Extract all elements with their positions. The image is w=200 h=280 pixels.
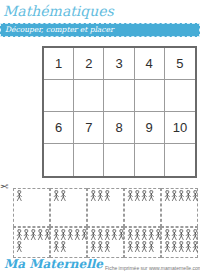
stick-figure-icon (104, 229, 111, 240)
stick-figure-icon (53, 241, 60, 252)
empty-cell (44, 80, 74, 112)
cutout-card-8 (87, 227, 124, 258)
stick-figure-icon (74, 229, 81, 240)
stick-figure-icon (171, 229, 178, 240)
stick-figure-icon (185, 229, 192, 240)
number-cell-4: 4 (135, 48, 165, 80)
cutout-card-7 (50, 227, 87, 258)
cutout-card-2 (50, 188, 87, 227)
cutout-card-6 (13, 227, 50, 258)
cutout-card-9 (124, 227, 161, 258)
stick-figure-icon (90, 190, 97, 201)
stick-figure-icon (134, 241, 141, 252)
number-cell-6: 6 (44, 112, 74, 144)
brand-logo: Ma Maternelle (4, 257, 103, 271)
stick-figure-icon (192, 229, 199, 240)
stick-figure-icon (178, 190, 185, 201)
stick-figure-icon (16, 241, 23, 252)
number-cell-9: 9 (135, 112, 165, 144)
stick-figure-icon (23, 229, 30, 240)
empty-cell (44, 144, 74, 176)
stick-figure-icon (127, 229, 134, 240)
stick-figure-icon (171, 241, 178, 252)
stick-figure-icon (97, 241, 104, 252)
cutout-cards (13, 188, 198, 258)
stick-figure-icon (164, 229, 171, 240)
subtitle-text: Découper, compter et placer (1, 24, 199, 36)
stick-figure-icon (53, 229, 60, 240)
stick-figure-icon (16, 190, 23, 201)
empty-cell (165, 144, 195, 176)
empty-cell (104, 80, 134, 112)
number-cell-1: 1 (44, 48, 74, 80)
stick-figure-icon (60, 190, 67, 201)
stick-figure-icon (97, 229, 104, 240)
cutout-card-1 (13, 188, 50, 227)
stick-figure-icon (178, 229, 185, 240)
stick-figure-icon (178, 241, 185, 252)
stick-figure-icon (192, 190, 199, 201)
number-grid: 12345678910 (42, 46, 197, 178)
stick-figure-icon (192, 241, 199, 252)
stick-figure-icon (90, 229, 97, 240)
number-cell-3: 3 (104, 48, 134, 80)
empty-cell (165, 80, 195, 112)
page-title: Mathématiques (3, 0, 114, 22)
stick-figure-icon (141, 190, 148, 201)
stick-figure-icon (104, 190, 111, 201)
number-cell-7: 7 (74, 112, 104, 144)
stick-figure-icon (127, 241, 134, 252)
cutout-card-5 (161, 188, 198, 227)
stick-figure-icon (60, 241, 67, 252)
stick-figure-icon (171, 190, 178, 201)
stick-figure-icon (127, 190, 134, 201)
stick-figure-icon (67, 229, 74, 240)
cutout-card-3 (87, 188, 124, 227)
stick-figure-icon (104, 241, 111, 252)
stick-figure-icon (111, 229, 118, 240)
print-note: Fiche imprimée sur www.mamaternelle.com (105, 265, 200, 271)
stick-figure-icon (97, 190, 104, 201)
cutout-card-4 (124, 188, 161, 227)
stick-figure-icon (148, 241, 155, 252)
stick-figure-icon (141, 229, 148, 240)
number-cell-8: 8 (104, 112, 134, 144)
number-cell-5: 5 (165, 48, 195, 80)
number-cell-2: 2 (74, 48, 104, 80)
number-cell-10: 10 (165, 112, 195, 144)
stick-figure-icon (16, 229, 23, 240)
empty-cell (74, 80, 104, 112)
cutout-card-10 (161, 227, 198, 258)
stick-figure-icon (30, 229, 37, 240)
stick-figure-icon (90, 241, 97, 252)
empty-cell (104, 144, 134, 176)
stick-figure-icon (134, 229, 141, 240)
scissors-icon: ✂ (0, 181, 8, 192)
stick-figure-icon (37, 229, 44, 240)
stick-figure-icon (185, 190, 192, 201)
stick-figure-icon (141, 241, 148, 252)
stick-figure-icon (164, 241, 171, 252)
stick-figure-icon (148, 190, 155, 201)
empty-cell (74, 144, 104, 176)
stick-figure-icon (164, 190, 171, 201)
subtitle-banner: Découper, compter et placer (0, 23, 200, 37)
stick-figure-icon (148, 229, 155, 240)
worksheet-page: Mathématiques Découper, compter et place… (0, 0, 200, 280)
empty-cell (135, 80, 165, 112)
empty-cell (135, 144, 165, 176)
stick-figure-icon (134, 190, 141, 201)
stick-figure-icon (185, 241, 192, 252)
stick-figure-icon (60, 229, 67, 240)
stick-figure-icon (53, 190, 60, 201)
